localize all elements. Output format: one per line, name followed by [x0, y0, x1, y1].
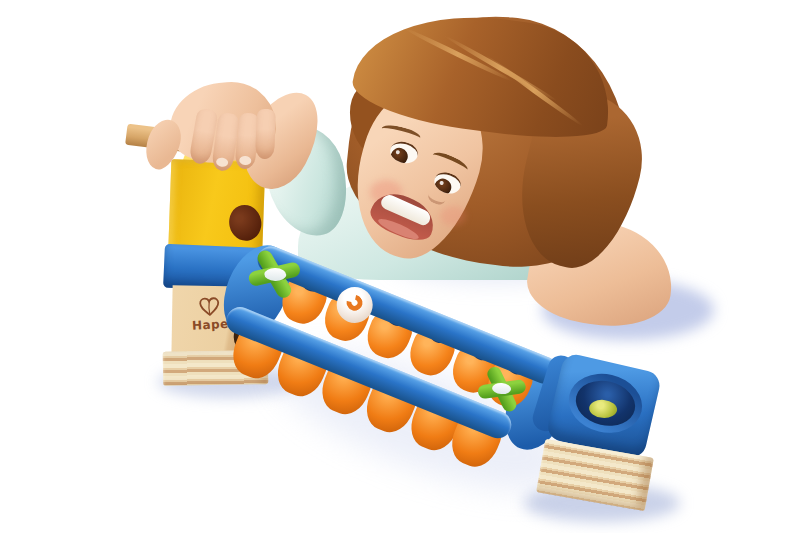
marble-orange-swirl [343, 292, 365, 314]
child-cheek-blush [440, 206, 466, 226]
photo-stage: Hape [0, 0, 800, 533]
fingernail [216, 157, 229, 168]
child-finger [255, 109, 276, 160]
heart-leaf-icon [197, 295, 222, 318]
fingernail [239, 155, 252, 165]
